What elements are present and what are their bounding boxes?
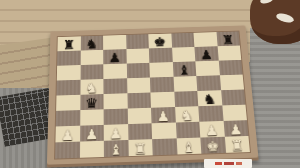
square-b3[interactable] — [80, 109, 104, 125]
square-c8[interactable] — [103, 35, 126, 50]
square-h4[interactable] — [221, 89, 246, 105]
watermark-mark — [236, 162, 242, 165]
white-b-piece-c1[interactable]: ♝ — [104, 143, 129, 158]
square-c6[interactable] — [103, 64, 126, 79]
watermark-mark — [215, 162, 222, 165]
square-b8[interactable]: ♞ — [80, 36, 103, 51]
square-h2[interactable]: ♟ — [223, 120, 248, 137]
chair-light-patch — [275, 12, 294, 24]
square-f6[interactable]: ♝ — [172, 61, 196, 76]
square-f7[interactable] — [172, 47, 196, 62]
square-e2[interactable] — [152, 123, 177, 140]
square-c4[interactable] — [103, 93, 127, 109]
square-c1[interactable]: ♝ — [104, 140, 129, 157]
square-b6[interactable] — [80, 64, 103, 79]
photo-watermark-badge — [204, 159, 252, 168]
chair-light-patch — [259, 0, 275, 5]
white-b-piece-f1[interactable]: ♝ — [176, 140, 201, 155]
square-h6[interactable] — [218, 60, 242, 75]
square-h7[interactable] — [217, 46, 241, 61]
white-k-piece-g1[interactable]: ♚ — [200, 140, 225, 155]
square-b1[interactable] — [80, 141, 104, 158]
square-e8[interactable]: ♚ — [148, 34, 171, 49]
square-e7[interactable] — [149, 48, 173, 63]
square-h1[interactable]: ♜ — [224, 136, 250, 153]
square-c2[interactable]: ♟ — [104, 124, 128, 141]
square-a1[interactable] — [55, 142, 80, 159]
square-f8[interactable] — [171, 33, 194, 48]
square-f2[interactable] — [175, 122, 200, 139]
square-h8[interactable]: ♜ — [216, 31, 240, 46]
square-g8[interactable] — [193, 32, 217, 47]
square-e1[interactable] — [152, 138, 177, 155]
square-g7[interactable]: ♟ — [194, 46, 218, 61]
chess-board-frame: ♜♞♚♜♟♟♝♞♛♞♟♞♟♟♟♟♟♝♜♝♚♜ — [47, 25, 259, 167]
square-d4[interactable] — [127, 93, 151, 109]
white-r-piece-d1[interactable]: ♜ — [128, 142, 153, 157]
square-b7[interactable] — [80, 50, 103, 65]
square-h5[interactable] — [219, 75, 244, 91]
square-a8[interactable]: ♜ — [57, 36, 80, 51]
square-f3[interactable]: ♞ — [175, 106, 200, 122]
square-a3[interactable] — [56, 110, 80, 126]
square-a2[interactable]: ♟ — [55, 126, 79, 143]
square-g4[interactable]: ♞ — [197, 90, 222, 106]
square-f1[interactable]: ♝ — [176, 138, 201, 155]
square-b4[interactable]: ♛ — [80, 94, 104, 110]
square-b5[interactable]: ♞ — [80, 79, 104, 95]
square-h3[interactable] — [222, 105, 247, 121]
square-g5[interactable] — [196, 75, 220, 91]
square-d2[interactable] — [128, 123, 152, 140]
square-c7[interactable]: ♟ — [103, 49, 126, 64]
square-b2[interactable]: ♟ — [80, 125, 104, 142]
square-g3[interactable] — [198, 105, 223, 121]
square-a4[interactable] — [56, 95, 80, 111]
square-f5[interactable] — [173, 76, 197, 92]
square-g2[interactable]: ♟ — [199, 121, 224, 138]
square-c3[interactable] — [104, 109, 128, 125]
square-a7[interactable] — [57, 51, 80, 66]
square-d6[interactable] — [126, 63, 150, 78]
gray-carpet-right — [250, 28, 300, 168]
square-d3[interactable] — [127, 108, 151, 124]
square-e6[interactable] — [149, 62, 173, 77]
square-d1[interactable]: ♜ — [128, 139, 153, 156]
square-c5[interactable] — [103, 78, 127, 94]
square-g1[interactable]: ♚ — [200, 137, 225, 154]
square-f4[interactable] — [174, 91, 198, 107]
square-d5[interactable] — [127, 78, 151, 94]
square-g6[interactable] — [195, 61, 219, 76]
square-e3[interactable]: ♟ — [151, 107, 175, 123]
square-e5[interactable] — [150, 77, 174, 93]
square-d7[interactable] — [126, 48, 149, 63]
white-r-piece-h1[interactable]: ♜ — [225, 139, 250, 154]
watermark-mark — [224, 162, 234, 165]
chess-board: ♜♞♚♜♟♟♝♞♛♞♟♞♟♟♟♟♟♝♜♝♚♜ — [55, 31, 250, 158]
square-a5[interactable] — [56, 80, 80, 96]
photo-chess-scene: { "game": "chess", "scene": { "descripti… — [0, 0, 300, 168]
square-a6[interactable] — [57, 65, 80, 80]
square-e4[interactable] — [150, 92, 174, 108]
square-d8[interactable] — [126, 34, 149, 49]
